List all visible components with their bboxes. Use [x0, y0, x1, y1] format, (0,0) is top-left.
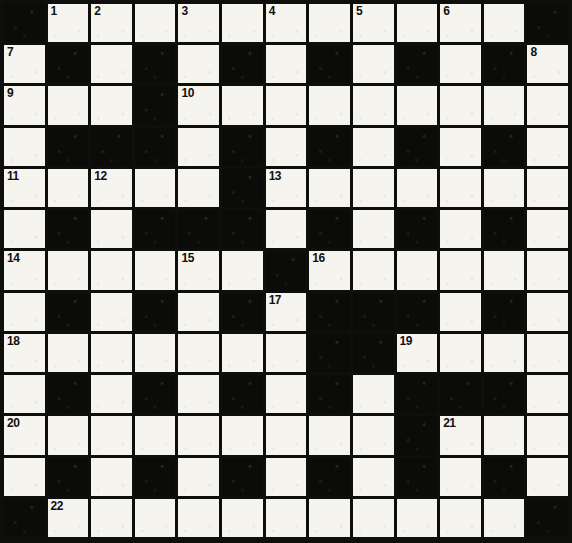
white-cell-r6c11[interactable] — [484, 251, 525, 289]
black-cell-r5c1 — [48, 210, 89, 248]
black-cell-r7c7 — [309, 293, 350, 331]
white-cell-r6c10[interactable] — [440, 251, 481, 289]
black-cell-r11c5 — [222, 458, 263, 496]
white-cell-r12c7[interactable] — [309, 499, 350, 537]
clue-number: 19 — [400, 335, 412, 348]
white-cell-r4c9[interactable] — [397, 169, 438, 207]
black-cell-r7c11 — [484, 293, 525, 331]
white-cell-r9c8[interactable] — [353, 375, 394, 413]
white-cell-r0c1[interactable]: 1 — [48, 4, 89, 42]
white-cell-r6c2[interactable] — [91, 251, 132, 289]
white-cell-r2c5[interactable] — [222, 86, 263, 124]
black-cell-r9c10 — [440, 375, 481, 413]
black-cell-r11c1 — [48, 458, 89, 496]
white-cell-r8c5[interactable] — [222, 334, 263, 372]
black-cell-r5c9 — [397, 210, 438, 248]
white-cell-r0c10[interactable]: 6 — [440, 4, 481, 42]
black-cell-r12c12 — [527, 499, 568, 537]
clue-number: 10 — [181, 87, 193, 100]
white-cell-r8c12[interactable] — [527, 334, 568, 372]
white-cell-r8c9[interactable]: 19 — [397, 334, 438, 372]
white-cell-r7c10[interactable] — [440, 293, 481, 331]
white-cell-r10c11[interactable] — [484, 416, 525, 454]
black-cell-r7c3 — [135, 293, 176, 331]
black-cell-r3c11 — [484, 128, 525, 166]
white-cell-r10c8[interactable] — [353, 416, 394, 454]
white-cell-r11c2[interactable] — [91, 458, 132, 496]
white-cell-r10c2[interactable] — [91, 416, 132, 454]
white-cell-r4c12[interactable] — [527, 169, 568, 207]
black-cell-r11c7 — [309, 458, 350, 496]
white-cell-r2c1[interactable] — [48, 86, 89, 124]
black-cell-r1c7 — [309, 45, 350, 83]
white-cell-r0c2[interactable]: 2 — [91, 4, 132, 42]
white-cell-r4c0[interactable]: 11 — [4, 169, 45, 207]
black-cell-r9c9 — [397, 375, 438, 413]
white-cell-r0c3[interactable] — [135, 4, 176, 42]
white-cell-r4c10[interactable] — [440, 169, 481, 207]
white-cell-r9c4[interactable] — [178, 375, 219, 413]
white-cell-r10c10[interactable]: 21 — [440, 416, 481, 454]
white-cell-r4c2[interactable]: 12 — [91, 169, 132, 207]
white-cell-r2c6[interactable] — [266, 86, 307, 124]
white-cell-r2c2[interactable] — [91, 86, 132, 124]
white-cell-r0c8[interactable]: 5 — [353, 4, 394, 42]
black-cell-r7c9 — [397, 293, 438, 331]
white-cell-r3c8[interactable] — [353, 128, 394, 166]
white-cell-r5c8[interactable] — [353, 210, 394, 248]
white-cell-r0c5[interactable] — [222, 4, 263, 42]
white-cell-r7c0[interactable] — [4, 293, 45, 331]
white-cell-r8c11[interactable] — [484, 334, 525, 372]
clue-number: 4 — [269, 5, 275, 18]
black-cell-r8c8 — [353, 334, 394, 372]
black-cell-r7c8 — [353, 293, 394, 331]
white-cell-r8c3[interactable] — [135, 334, 176, 372]
black-cell-r0c12 — [527, 4, 568, 42]
clue-number: 7 — [7, 46, 13, 59]
black-cell-r0c0 — [4, 4, 45, 42]
white-cell-r0c6[interactable]: 4 — [266, 4, 307, 42]
black-cell-r5c5 — [222, 210, 263, 248]
white-cell-r2c10[interactable] — [440, 86, 481, 124]
black-cell-r11c9 — [397, 458, 438, 496]
white-cell-r1c2[interactable] — [91, 45, 132, 83]
white-cell-r5c12[interactable] — [527, 210, 568, 248]
white-cell-r6c9[interactable] — [397, 251, 438, 289]
white-cell-r10c3[interactable] — [135, 416, 176, 454]
black-cell-r4c5 — [222, 169, 263, 207]
white-cell-r2c11[interactable] — [484, 86, 525, 124]
black-cell-r1c5 — [222, 45, 263, 83]
white-cell-r11c0[interactable] — [4, 458, 45, 496]
white-cell-r8c2[interactable] — [91, 334, 132, 372]
white-cell-r3c12[interactable] — [527, 128, 568, 166]
white-cell-r12c9[interactable] — [397, 499, 438, 537]
white-cell-r0c4[interactable]: 3 — [178, 4, 219, 42]
clue-number: 18 — [7, 335, 19, 348]
clue-number: 11 — [7, 170, 19, 183]
white-cell-r5c6[interactable] — [266, 210, 307, 248]
black-cell-r1c3 — [135, 45, 176, 83]
white-cell-r2c12[interactable] — [527, 86, 568, 124]
black-cell-r5c7 — [309, 210, 350, 248]
black-cell-r1c1 — [48, 45, 89, 83]
white-cell-r8c0[interactable]: 18 — [4, 334, 45, 372]
white-cell-r5c2[interactable] — [91, 210, 132, 248]
black-cell-r3c1 — [48, 128, 89, 166]
black-cell-r3c7 — [309, 128, 350, 166]
clue-number: 22 — [51, 500, 63, 513]
white-cell-r10c0[interactable]: 20 — [4, 416, 45, 454]
white-cell-r2c0[interactable]: 9 — [4, 86, 45, 124]
white-cell-r7c4[interactable] — [178, 293, 219, 331]
black-cell-r3c5 — [222, 128, 263, 166]
white-cell-r2c4[interactable]: 10 — [178, 86, 219, 124]
white-cell-r0c7[interactable] — [309, 4, 350, 42]
white-cell-r3c0[interactable] — [4, 128, 45, 166]
black-cell-r5c4 — [178, 210, 219, 248]
white-cell-r1c4[interactable] — [178, 45, 219, 83]
white-cell-r12c3[interactable] — [135, 499, 176, 537]
white-cell-r0c9[interactable] — [397, 4, 438, 42]
clue-number: 8 — [530, 46, 536, 59]
white-cell-r3c6[interactable] — [266, 128, 307, 166]
white-cell-r11c6[interactable] — [266, 458, 307, 496]
clue-number: 2 — [94, 5, 100, 18]
white-cell-r0c11[interactable] — [484, 4, 525, 42]
white-cell-r2c9[interactable] — [397, 86, 438, 124]
white-cell-r9c0[interactable] — [4, 375, 45, 413]
black-cell-r8c7 — [309, 334, 350, 372]
white-cell-r9c6[interactable] — [266, 375, 307, 413]
white-cell-r11c12[interactable] — [527, 458, 568, 496]
clue-number: 6 — [443, 5, 449, 18]
white-cell-r6c3[interactable] — [135, 251, 176, 289]
clue-number: 20 — [7, 417, 19, 430]
white-cell-r10c12[interactable] — [527, 416, 568, 454]
white-cell-r10c5[interactable] — [222, 416, 263, 454]
black-cell-r7c5 — [222, 293, 263, 331]
black-cell-r12c0 — [4, 499, 45, 537]
white-cell-r1c0[interactable]: 7 — [4, 45, 45, 83]
white-cell-r11c4[interactable] — [178, 458, 219, 496]
white-cell-r8c6[interactable] — [266, 334, 307, 372]
white-cell-r7c2[interactable] — [91, 293, 132, 331]
clue-number: 13 — [269, 170, 281, 183]
white-cell-r6c8[interactable] — [353, 251, 394, 289]
black-cell-r6c6 — [266, 251, 307, 289]
black-cell-r9c1 — [48, 375, 89, 413]
white-cell-r7c6[interactable]: 17 — [266, 293, 307, 331]
white-cell-r10c7[interactable] — [309, 416, 350, 454]
white-cell-r6c4[interactable]: 15 — [178, 251, 219, 289]
white-cell-r6c7[interactable]: 16 — [309, 251, 350, 289]
black-cell-r3c2 — [91, 128, 132, 166]
clue-number: 15 — [181, 252, 193, 265]
black-cell-r3c3 — [135, 128, 176, 166]
clue-number: 14 — [7, 252, 19, 265]
white-cell-r4c6[interactable]: 13 — [266, 169, 307, 207]
clue-number: 17 — [269, 294, 281, 307]
white-cell-r12c11[interactable] — [484, 499, 525, 537]
clue-number: 3 — [181, 5, 187, 18]
white-cell-r12c2[interactable] — [91, 499, 132, 537]
white-cell-r12c1[interactable]: 22 — [48, 499, 89, 537]
black-cell-r9c7 — [309, 375, 350, 413]
clue-number: 9 — [7, 87, 13, 100]
white-cell-r9c12[interactable] — [527, 375, 568, 413]
white-cell-r4c8[interactable] — [353, 169, 394, 207]
clue-number: 16 — [312, 252, 324, 265]
clue-number: 12 — [94, 170, 106, 183]
white-cell-r1c10[interactable] — [440, 45, 481, 83]
white-cell-r4c3[interactable] — [135, 169, 176, 207]
black-cell-r10c9 — [397, 416, 438, 454]
white-cell-r6c1[interactable] — [48, 251, 89, 289]
white-cell-r2c7[interactable] — [309, 86, 350, 124]
black-cell-r1c11 — [484, 45, 525, 83]
white-cell-r4c11[interactable] — [484, 169, 525, 207]
white-cell-r5c10[interactable] — [440, 210, 481, 248]
white-cell-r10c4[interactable] — [178, 416, 219, 454]
black-cell-r9c3 — [135, 375, 176, 413]
white-cell-r12c6[interactable] — [266, 499, 307, 537]
white-cell-r10c1[interactable] — [48, 416, 89, 454]
black-cell-r1c9 — [397, 45, 438, 83]
white-cell-r12c5[interactable] — [222, 499, 263, 537]
white-cell-r1c8[interactable] — [353, 45, 394, 83]
white-cell-r3c4[interactable] — [178, 128, 219, 166]
black-cell-r3c9 — [397, 128, 438, 166]
white-cell-r3c10[interactable] — [440, 128, 481, 166]
white-cell-r9c2[interactable] — [91, 375, 132, 413]
black-cell-r7c1 — [48, 293, 89, 331]
white-cell-r8c4[interactable] — [178, 334, 219, 372]
black-cell-r5c11 — [484, 210, 525, 248]
white-cell-r8c10[interactable] — [440, 334, 481, 372]
white-cell-r12c4[interactable] — [178, 499, 219, 537]
white-cell-r1c6[interactable] — [266, 45, 307, 83]
white-cell-r2c8[interactable] — [353, 86, 394, 124]
white-cell-r6c12[interactable] — [527, 251, 568, 289]
crossword-board: 12345678910111213141516171819202122 — [0, 0, 572, 543]
white-cell-r6c5[interactable] — [222, 251, 263, 289]
white-cell-r10c6[interactable] — [266, 416, 307, 454]
white-cell-r1c12[interactable]: 8 — [527, 45, 568, 83]
black-cell-r11c3 — [135, 458, 176, 496]
white-cell-r12c10[interactable] — [440, 499, 481, 537]
white-cell-r7c12[interactable] — [527, 293, 568, 331]
white-cell-r5c0[interactable] — [4, 210, 45, 248]
black-cell-r9c11 — [484, 375, 525, 413]
white-cell-r11c10[interactable] — [440, 458, 481, 496]
white-cell-r4c1[interactable] — [48, 169, 89, 207]
white-cell-r6c0[interactable]: 14 — [4, 251, 45, 289]
black-cell-r11c11 — [484, 458, 525, 496]
black-cell-r5c3 — [135, 210, 176, 248]
clue-number: 5 — [356, 5, 362, 18]
clue-number: 1 — [51, 5, 57, 18]
black-cell-r9c5 — [222, 375, 263, 413]
black-cell-r2c3 — [135, 86, 176, 124]
white-cell-r12c8[interactable] — [353, 499, 394, 537]
clue-number: 21 — [443, 417, 455, 430]
white-cell-r11c8[interactable] — [353, 458, 394, 496]
white-cell-r4c7[interactable] — [309, 169, 350, 207]
white-cell-r8c1[interactable] — [48, 334, 89, 372]
white-cell-r4c4[interactable] — [178, 169, 219, 207]
